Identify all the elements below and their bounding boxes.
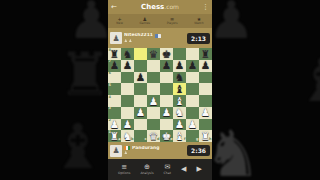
piece-white-rook[interactable]: ♜ [110,131,119,142]
item-label: Games [140,22,151,25]
player-name: Pandurang [132,146,160,151]
square-d4[interactable]: ♟ [147,95,160,107]
piece-black-knight[interactable]: ♞ [175,72,184,83]
piece-white-knight[interactable]: ♞ [175,107,184,118]
square-f2[interactable]: ♟ [173,119,186,131]
app-header: ← Chess.com ⋮ [108,0,212,14]
square-e5[interactable] [160,83,173,95]
square-d8[interactable]: ♛ [147,48,160,60]
square-f1[interactable]: f♝ [173,130,186,142]
coordinate-rank-label: 4 [109,96,111,100]
player-clock: 2:36 [187,145,210,156]
options-icon: ≡ [121,164,127,171]
item-label: Players [167,22,178,25]
tab-watch[interactable]: ★Watch [194,17,203,25]
square-c6[interactable]: ♟ [134,72,147,84]
square-b2[interactable]: ♟ [121,119,134,131]
square-f4[interactable]: ♝ [173,95,186,107]
square-e8[interactable]: ♚ [160,48,173,60]
square-g6[interactable] [186,72,199,84]
square-b8[interactable]: ♞ [121,48,134,60]
square-d1[interactable]: d♛ [147,130,160,142]
square-f6[interactable]: ♞ [173,72,186,84]
backdrop-pawn-icon: ♟ [208,0,255,46]
square-a8[interactable]: 8♜ [108,48,121,60]
piece-black-pawn[interactable]: ♟ [162,60,171,71]
square-e4[interactable] [160,95,173,107]
coordinate-rank-label: 3 [109,107,111,111]
square-d7[interactable] [147,60,160,72]
square-g4[interactable] [186,95,199,107]
square-b7[interactable]: ♟ [121,60,134,72]
square-g1[interactable]: g [186,130,199,142]
tab-games[interactable]: ♟Games [140,17,151,25]
square-h1[interactable]: h♜ [199,130,212,142]
piece-white-knight[interactable]: ♞ [123,131,132,142]
chat-icon: ✉ [164,164,170,171]
piece-white-pawn[interactable]: ♟ [136,107,145,118]
piece-black-bishop[interactable]: ♝ [175,84,184,95]
tab-new[interactable]: +New [116,17,123,25]
square-e7[interactable]: ♟ [160,60,173,72]
toolbar-chat[interactable]: ✉Chat [164,164,171,175]
square-b4[interactable] [121,95,134,107]
square-f7[interactable]: ♟ [173,60,186,72]
piece-black-king[interactable]: ♚ [162,49,171,60]
app-window: ← Chess.com ⋮ +New♟Games≡Players★Watch ♟… [108,0,212,180]
square-h2[interactable] [199,119,212,131]
piece-black-pawn[interactable]: ♟ [188,60,197,71]
piece-white-rook[interactable]: ♜ [201,131,210,142]
tab-bar: +New♟Games≡Players★Watch [108,14,212,28]
tab-players[interactable]: ≡Players [167,17,178,25]
square-h4[interactable] [199,95,212,107]
piece-black-pawn[interactable]: ♟ [201,60,210,71]
item-label: Analysis [140,172,153,175]
backdrop-bishop-icon: ♝ [50,116,106,178]
square-g5[interactable] [186,83,199,95]
square-c1[interactable]: c [134,130,147,142]
square-e1[interactable]: e♚ [160,130,173,142]
item-label: New [116,22,123,25]
bottom-toolbar: ≡Options⊕Analysis✉Chat◀▶ [108,159,212,180]
analysis-icon: ⊕ [144,164,150,171]
screenshot-canvas: ♟ ♜ ♝ ♟ ♝ ♞ ← Chess.com ⋮ +New♟Games≡Pla… [0,0,320,180]
toolbar-options[interactable]: ≡Options [118,164,130,175]
opponent-clock: 2:13 [187,33,210,44]
piece-white-pawn[interactable]: ♟ [149,96,158,107]
backdrop-rook-icon: ♜ [58,44,112,104]
square-a5[interactable]: 5 [108,83,121,95]
square-c7[interactable] [134,60,147,72]
overflow-menu-icon[interactable]: ⋮ [195,3,209,11]
square-h5[interactable] [199,83,212,95]
square-d6[interactable] [147,72,160,84]
item-label: Watch [194,22,203,25]
piece-black-pawn[interactable]: ♟ [110,60,119,71]
back-arrow-icon[interactable]: ← [111,3,125,11]
coordinate-rank-label: 5 [109,84,111,88]
opponent-avatar: ♟ [110,32,122,44]
square-g2[interactable]: ♟ [186,119,199,131]
square-b6[interactable] [121,72,134,84]
piece-white-bishop[interactable]: ♝ [175,96,184,107]
square-a2[interactable]: 2♟ [108,119,121,131]
square-h6[interactable] [199,72,212,84]
toolbar-arrow[interactable]: ▶ [197,166,202,173]
piece-white-pawn[interactable]: ♟ [175,119,184,130]
coordinate-rank-label: 6 [109,72,111,76]
piece-black-rook[interactable]: ♜ [110,49,119,60]
chesscom-logo: Chess.com [125,3,195,11]
square-f3[interactable]: ♞ [173,107,186,119]
toolbar-arrow[interactable]: ◀ [181,166,186,173]
square-a7[interactable]: 7♟ [108,60,121,72]
piece-white-pawn[interactable]: ♟ [188,119,197,130]
square-g7[interactable]: ♟ [186,60,199,72]
piece-black-queen[interactable]: ♛ [149,49,158,60]
square-a6[interactable]: 6 [108,72,121,84]
player-bar: ♟ Pandurang ♟ 2:36 [108,142,212,159]
arrow-icon: ▶ [197,166,202,173]
item-label: Chat [164,172,171,175]
square-c2[interactable] [134,119,147,131]
piece-white-pawn[interactable]: ♟ [110,119,119,130]
square-e3[interactable]: ♟ [160,107,173,119]
square-b3[interactable] [121,107,134,119]
square-a1[interactable]: 1a♜ [108,130,121,142]
player-captured-tray: ♟ [124,151,187,155]
square-a4[interactable]: 4 [108,95,121,107]
square-h7[interactable]: ♟ [199,60,212,72]
square-f5[interactable]: ♝ [173,83,186,95]
square-h3[interactable]: ♟ [199,107,212,119]
arrow-icon: ◀ [181,166,186,173]
opponent-bar: ♟ Nitesh2211 ♟♟ 2:13 [108,28,212,48]
square-d3[interactable] [147,107,160,119]
square-f8[interactable] [173,48,186,60]
piece-black-knight[interactable]: ♞ [123,49,132,60]
piece-white-bishop[interactable]: ♝ [175,131,184,142]
piece-black-pawn[interactable]: ♟ [136,72,145,83]
square-g3[interactable] [186,107,199,119]
opponent-flag-icon [155,34,161,38]
square-c5[interactable] [134,83,147,95]
square-b5[interactable] [121,83,134,95]
square-a3[interactable]: 3 [108,107,121,119]
piece-white-pawn[interactable]: ♟ [162,107,171,118]
square-c4[interactable] [134,95,147,107]
piece-white-queen[interactable]: ♛ [149,131,158,142]
player-avatar: ♟ [110,145,122,157]
square-d2[interactable] [147,119,160,131]
square-g8[interactable] [186,48,199,60]
square-c8[interactable] [134,48,147,60]
piece-white-king[interactable]: ♚ [162,131,171,142]
piece-white-pawn[interactable]: ♟ [123,119,132,130]
square-e6[interactable] [160,72,173,84]
piece-white-pawn[interactable]: ♟ [201,107,210,118]
toolbar-analysis[interactable]: ⊕Analysis [140,164,153,175]
square-h8[interactable]: ♜ [199,48,212,60]
item-label: Options [118,172,130,175]
piece-black-pawn[interactable]: ♟ [123,60,132,71]
square-e2[interactable] [160,119,173,131]
piece-black-rook[interactable]: ♜ [201,49,210,60]
square-d5[interactable] [147,83,160,95]
backdrop-bishop-icon: ♝ [296,50,320,110]
square-b1[interactable]: b♞ [121,130,134,142]
chess-board: 8♜♞♛♚♜7♟♟♟♟♟♟6♟♞5♝4♟♝3♟♟♞♟2♟♟♟♟1a♜b♞cd♛e… [108,48,212,142]
backdrop-knight-icon: ♞ [204,122,261,180]
opponent-captured-tray: ♟♟ [124,39,187,43]
piece-black-pawn[interactable]: ♟ [175,60,184,71]
square-c3[interactable]: ♟ [134,107,147,119]
